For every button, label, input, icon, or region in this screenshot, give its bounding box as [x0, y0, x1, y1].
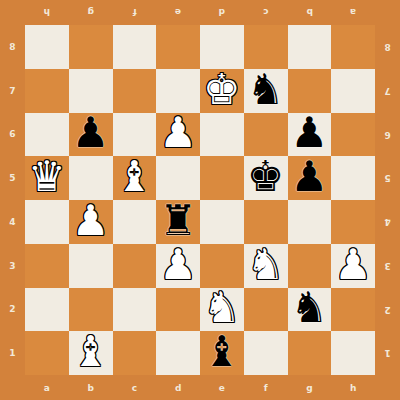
square-c1[interactable] — [113, 331, 157, 375]
square-h7[interactable] — [331, 69, 375, 113]
square-g5[interactable]: ♟ — [288, 156, 332, 200]
coord-file-c: c — [113, 375, 157, 400]
piece-black-knight[interactable]: ♞ — [247, 69, 285, 111]
square-h2[interactable] — [331, 288, 375, 332]
coord-rank-right-4: 4 — [375, 200, 400, 244]
rank-labels-right: 87654321 — [375, 25, 400, 375]
square-c2[interactable] — [113, 288, 157, 332]
square-c5[interactable]: ♝ — [113, 156, 157, 200]
coord-file-top-c: c — [244, 0, 288, 25]
square-f3[interactable]: ♞ — [244, 244, 288, 288]
coord-rank-right-8: 8 — [375, 25, 400, 69]
square-g2[interactable]: ♞ — [288, 288, 332, 332]
piece-black-bishop[interactable]: ♝ — [203, 331, 241, 373]
piece-white-pawn[interactable]: ♟ — [72, 200, 110, 242]
square-c6[interactable] — [113, 113, 157, 157]
square-a5[interactable]: ♛ — [25, 156, 69, 200]
piece-white-bishop[interactable]: ♝ — [72, 331, 110, 373]
square-c8[interactable] — [113, 25, 157, 69]
square-h8[interactable] — [331, 25, 375, 69]
coord-rank-6: 6 — [0, 113, 25, 157]
coord-file-top-d: d — [200, 0, 244, 25]
coord-rank-right-3: 3 — [375, 244, 400, 288]
rank-labels-left: 87654321 — [0, 25, 25, 375]
piece-black-rook[interactable]: ♜ — [159, 200, 197, 242]
square-b5[interactable] — [69, 156, 113, 200]
coord-rank-4: 4 — [0, 200, 25, 244]
square-b8[interactable] — [69, 25, 113, 69]
square-e5[interactable] — [200, 156, 244, 200]
chess-board[interactable]: ♚♞♟♟♟♛♝♚♟♟♜♟♞♟♞♞♝♝ — [25, 25, 375, 375]
coord-file-top-e: e — [156, 0, 200, 25]
square-b6[interactable]: ♟ — [69, 113, 113, 157]
coord-file-top-h: h — [25, 0, 69, 25]
square-a6[interactable] — [25, 113, 69, 157]
coord-rank-right-6: 6 — [375, 113, 400, 157]
square-f5[interactable]: ♚ — [244, 156, 288, 200]
square-h6[interactable] — [331, 113, 375, 157]
square-e4[interactable] — [200, 200, 244, 244]
square-h4[interactable] — [331, 200, 375, 244]
square-b7[interactable] — [69, 69, 113, 113]
square-a3[interactable] — [25, 244, 69, 288]
piece-black-pawn[interactable]: ♟ — [72, 112, 110, 154]
coord-file-b: b — [69, 375, 113, 400]
piece-black-pawn[interactable]: ♟ — [291, 112, 329, 154]
piece-black-king[interactable]: ♚ — [247, 156, 285, 198]
piece-white-king[interactable]: ♚ — [203, 69, 241, 111]
square-d8[interactable] — [156, 25, 200, 69]
piece-white-pawn[interactable]: ♟ — [159, 112, 197, 154]
square-a8[interactable] — [25, 25, 69, 69]
coord-file-e: e — [200, 375, 244, 400]
square-f8[interactable] — [244, 25, 288, 69]
square-e2[interactable]: ♞ — [200, 288, 244, 332]
square-g4[interactable] — [288, 200, 332, 244]
square-c7[interactable] — [113, 69, 157, 113]
coord-rank-8: 8 — [0, 25, 25, 69]
piece-white-knight[interactable]: ♞ — [247, 244, 285, 286]
file-labels-bottom: abcdefgh — [25, 375, 375, 400]
coord-rank-right-1: 1 — [375, 331, 400, 375]
square-h1[interactable] — [331, 331, 375, 375]
square-b3[interactable] — [69, 244, 113, 288]
square-g6[interactable]: ♟ — [288, 113, 332, 157]
coord-file-d: d — [156, 375, 200, 400]
chess-board-frame: hgfedcba abcdefgh 87654321 87654321 ♚♞♟♟… — [0, 0, 400, 400]
piece-white-knight[interactable]: ♞ — [203, 287, 241, 329]
square-d2[interactable] — [156, 288, 200, 332]
square-e8[interactable] — [200, 25, 244, 69]
square-a7[interactable] — [25, 69, 69, 113]
square-h3[interactable]: ♟ — [331, 244, 375, 288]
square-g1[interactable] — [288, 331, 332, 375]
square-f1[interactable] — [244, 331, 288, 375]
coord-file-top-g: g — [69, 0, 113, 25]
square-g3[interactable] — [288, 244, 332, 288]
square-e3[interactable] — [200, 244, 244, 288]
coord-file-top-f: f — [113, 0, 157, 25]
piece-white-pawn[interactable]: ♟ — [334, 244, 372, 286]
square-e6[interactable] — [200, 113, 244, 157]
square-d4[interactable]: ♜ — [156, 200, 200, 244]
file-labels-top: hgfedcba — [25, 0, 375, 25]
coord-rank-1: 1 — [0, 331, 25, 375]
piece-white-queen[interactable]: ♛ — [28, 156, 66, 198]
square-e1[interactable]: ♝ — [200, 331, 244, 375]
square-d1[interactable] — [156, 331, 200, 375]
square-c4[interactable] — [113, 200, 157, 244]
square-b4[interactable]: ♟ — [69, 200, 113, 244]
coord-rank-right-5: 5 — [375, 156, 400, 200]
square-h5[interactable] — [331, 156, 375, 200]
coord-rank-2: 2 — [0, 288, 25, 332]
square-b1[interactable]: ♝ — [69, 331, 113, 375]
piece-black-knight[interactable]: ♞ — [291, 287, 329, 329]
coord-file-f: f — [244, 375, 288, 400]
square-f6[interactable] — [244, 113, 288, 157]
square-a4[interactable] — [25, 200, 69, 244]
square-g8[interactable] — [288, 25, 332, 69]
piece-white-pawn[interactable]: ♟ — [159, 244, 197, 286]
coord-file-g: g — [288, 375, 332, 400]
square-c3[interactable] — [113, 244, 157, 288]
coord-file-top-b: b — [288, 0, 332, 25]
square-g7[interactable] — [288, 69, 332, 113]
coord-rank-5: 5 — [0, 156, 25, 200]
square-d6[interactable]: ♟ — [156, 113, 200, 157]
square-e7[interactable]: ♚ — [200, 69, 244, 113]
square-a2[interactable] — [25, 288, 69, 332]
square-d5[interactable] — [156, 156, 200, 200]
square-f7[interactable]: ♞ — [244, 69, 288, 113]
square-f2[interactable] — [244, 288, 288, 332]
coord-rank-right-7: 7 — [375, 69, 400, 113]
square-d3[interactable]: ♟ — [156, 244, 200, 288]
square-f4[interactable] — [244, 200, 288, 244]
square-a1[interactable] — [25, 331, 69, 375]
piece-white-bishop[interactable]: ♝ — [116, 156, 154, 198]
square-d7[interactable] — [156, 69, 200, 113]
coord-file-a: a — [25, 375, 69, 400]
coord-file-h: h — [331, 375, 375, 400]
piece-black-pawn[interactable]: ♟ — [291, 156, 329, 198]
square-b2[interactable] — [69, 288, 113, 332]
coord-rank-7: 7 — [0, 69, 25, 113]
coord-file-top-a: a — [331, 0, 375, 25]
coord-rank-right-2: 2 — [375, 288, 400, 332]
coord-rank-3: 3 — [0, 244, 25, 288]
